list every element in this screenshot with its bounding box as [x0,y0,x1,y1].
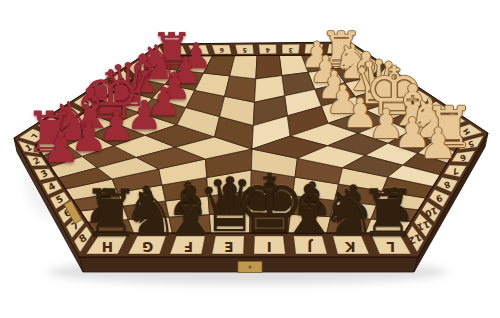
square-white-f0r3[interactable] [256,55,282,79]
edge-label-back-2: 6 [219,46,224,54]
square-red-f7r3[interactable] [230,56,257,79]
edge-label-back-3: 5 [243,46,247,54]
three-player-chess-scene: HGFEIJKL123456785678910111287654321LKJIA… [0,0,500,318]
piece-dark-rook-f7r0[interactable]: ♜ [355,181,420,246]
clasp-keyhole [248,265,251,268]
piece-red-pawn-f0r1[interactable]: ♟ [40,127,82,169]
edge-label-back-5: 3 [288,46,292,54]
piece-dark-rook-f0r0[interactable]: ♜ [79,181,144,246]
piece-white-pawn-f7r1[interactable]: ♟ [417,123,459,165]
edge-label-back-4: 4 [265,46,270,54]
